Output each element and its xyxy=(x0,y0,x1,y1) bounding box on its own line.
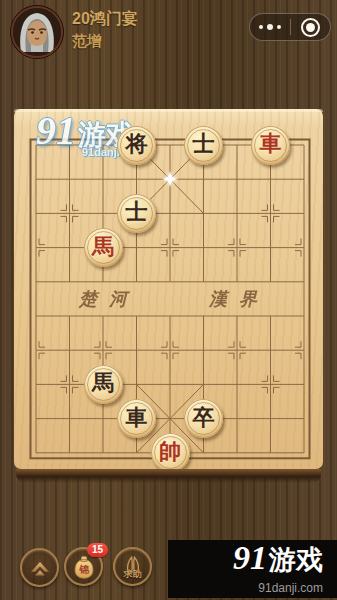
piece-glyph: 士 xyxy=(193,133,215,155)
exit-button[interactable] xyxy=(291,14,331,40)
91games-banner: 91游戏 91danji.com xyxy=(168,540,337,598)
piece-glyph: 車 xyxy=(126,407,148,429)
piece-glyph: 馬 xyxy=(92,236,114,258)
xiangqi-board[interactable]: 91游戏 91danji.com 楚河 漢界 将士車士馬馬車卒帥 xyxy=(14,109,323,469)
black-advisor[interactable]: 士 xyxy=(184,126,223,165)
target-circle-icon xyxy=(301,18,320,37)
help-label: 求助 xyxy=(115,568,150,581)
tips-bag-button[interactable]: 锦 15 xyxy=(64,547,103,586)
river-label-right: 漢界 xyxy=(197,287,269,311)
piece-glyph: 将 xyxy=(126,133,148,155)
piece-glyph: 車 xyxy=(260,133,282,155)
more-dots-icon xyxy=(259,25,263,29)
double-chevron-up-icon xyxy=(25,553,55,583)
red-horse[interactable]: 馬 xyxy=(84,228,123,267)
black-general[interactable]: 将 xyxy=(117,126,156,165)
fanzeng-portrait-icon xyxy=(13,8,61,56)
piece-glyph: 馬 xyxy=(92,372,114,394)
black-horse[interactable]: 馬 xyxy=(84,365,123,404)
banner-site-url: 91danji.com xyxy=(258,581,323,595)
expand-button[interactable] xyxy=(20,548,59,587)
banner-logo: 91游戏 xyxy=(233,543,323,579)
black-advisor[interactable]: 士 xyxy=(117,194,156,233)
more-menu-button[interactable] xyxy=(250,14,290,40)
piece-glyph: 帥 xyxy=(159,441,181,463)
piece-glyph: 士 xyxy=(126,201,148,223)
black-soldier[interactable]: 卒 xyxy=(184,399,223,438)
svg-text:锦: 锦 xyxy=(78,564,89,575)
red-general[interactable]: 帥 xyxy=(151,433,190,472)
red-chariot[interactable]: 車 xyxy=(251,126,290,165)
opponent-name: 范增 xyxy=(72,32,102,51)
stage-title: 20鸿门宴 xyxy=(72,9,138,30)
piece-glyph: 卒 xyxy=(193,407,215,429)
bag-badge-count: 15 xyxy=(87,543,108,557)
river-label-left: 楚河 xyxy=(67,287,139,311)
help-button[interactable]: 求助 xyxy=(113,547,152,586)
avatar xyxy=(11,6,63,58)
miniapp-capsule xyxy=(249,13,331,41)
black-chariot[interactable]: 車 xyxy=(117,399,156,438)
